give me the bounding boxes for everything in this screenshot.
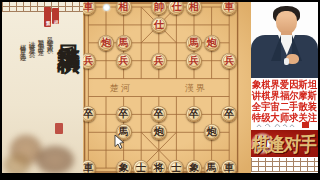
piece-red-pawn[interactable]: 兵	[116, 53, 132, 69]
piece-red-horse[interactable]: 馬	[116, 35, 132, 51]
piece-character: 士	[171, 163, 181, 173]
slogan-lines: 象棋界爱因斯坦 讲棋界福尔摩斯 全宇宙二手散装 特级大师求关注	[252, 79, 318, 123]
piece-character: 士	[136, 163, 146, 173]
piece-character: 相	[119, 2, 129, 12]
piece-character: 相	[189, 2, 199, 12]
piece-black-pawn[interactable]: 卒	[151, 106, 167, 122]
piece-character: 車	[224, 2, 234, 12]
signature-scribble	[255, 121, 315, 130]
piece-character: 車	[83, 163, 93, 173]
piece-red-elephant[interactable]: 相	[186, 2, 202, 15]
piece-character: 卒	[83, 109, 93, 119]
faded-pieces-photo	[36, 146, 74, 173]
piece-black-cannon[interactable]: 炮	[204, 124, 220, 140]
presenter-photo	[251, 2, 318, 78]
piece-red-chariot[interactable]: 車	[83, 2, 96, 15]
piece-black-pawn[interactable]: 卒	[186, 106, 202, 122]
piece-character: 仕	[171, 2, 181, 12]
piece-black-cannon[interactable]: 炮	[151, 124, 167, 140]
faded-pieces-photo	[4, 154, 30, 173]
piece-character: 将	[154, 163, 164, 173]
piece-red-king[interactable]: 帥	[151, 2, 167, 15]
poem-line: 风靡华东诸人棋	[45, 32, 53, 43]
piece-character: 兵	[224, 55, 234, 65]
piece-red-cannon[interactable]: 炮	[98, 35, 114, 51]
piece-character: 馬	[189, 37, 199, 47]
piece-red-advisor[interactable]: 仕	[168, 2, 184, 15]
piece-red-horse[interactable]: 馬	[186, 35, 202, 51]
left-panel: 風繁 講棋 风靡华东诸人棋 繁星似于弈中迷 讲评论道万人赏 棋争日月人生趣 風繁…	[2, 2, 83, 173]
last-move-marker	[103, 4, 110, 11]
piece-character: 卒	[224, 109, 234, 119]
piece-character: 卒	[154, 109, 164, 119]
lattice-border-bottom	[251, 158, 318, 172]
letterbox-bar-left	[0, 0, 2, 180]
piece-black-pawn[interactable]: 卒	[116, 106, 132, 122]
piece-character: 仕	[154, 19, 164, 29]
shirt-cuff	[284, 58, 289, 65]
piece-black-horse[interactable]: 馬	[204, 160, 220, 173]
slogan-line: 讲棋界福尔摩斯	[252, 90, 317, 101]
piece-character: 炮	[207, 37, 217, 47]
piece-black-advisor[interactable]: 士	[168, 160, 184, 173]
video-thumbnail: 風繁 講棋 风靡华东诸人棋 繁星似于弈中迷 讲评论道万人赏 棋争日月人生趣 風繁…	[0, 0, 320, 180]
piece-character: 車	[83, 2, 93, 12]
piece-black-advisor[interactable]: 士	[133, 160, 149, 173]
piece-black-chariot[interactable]: 車	[83, 160, 96, 173]
piece-character: 馬	[119, 37, 129, 47]
piece-red-pawn[interactable]: 兵	[151, 53, 167, 69]
piece-character: 帥	[154, 2, 164, 12]
piece-character: 卒	[189, 109, 199, 119]
piece-red-elephant[interactable]: 相	[116, 2, 132, 15]
piece-character: 象	[189, 163, 199, 173]
mouse-cursor	[114, 135, 126, 150]
piece-character: 炮	[154, 127, 164, 137]
slogan-line: 象棋界爱因斯坦	[252, 79, 317, 90]
lattice-border-top	[2, 2, 83, 12]
poem-line: 棋争日月人生趣	[18, 39, 26, 50]
piece-character: 卒	[119, 109, 129, 119]
board-grid: 車相帥仕相車仕炮馬馬炮兵兵兵兵兵卒卒卒卒卒馬炮炮車象士将士象馬車	[83, 2, 238, 173]
piece-black-elephant[interactable]: 象	[116, 160, 132, 173]
xiangqi-board[interactable]: 楚河 漢界 車相帥仕相車仕炮馬馬炮兵兵兵兵兵卒卒卒卒卒馬炮炮車象士将士象馬車	[83, 2, 251, 173]
piece-red-chariot[interactable]: 車	[221, 2, 237, 15]
letterbox-bar-top	[0, 0, 320, 2]
piece-black-elephant[interactable]: 象	[186, 160, 202, 173]
piece-red-pawn[interactable]: 兵	[83, 53, 96, 69]
piece-character: 炮	[101, 37, 111, 47]
piece-character: 車	[224, 163, 234, 173]
piece-red-pawn[interactable]: 兵	[221, 53, 237, 69]
piece-red-cannon[interactable]: 炮	[204, 35, 220, 51]
piece-character: 兵	[154, 55, 164, 65]
red-seal-2: 講棋	[52, 8, 59, 24]
piece-character: 兵	[189, 55, 199, 65]
banner: 棋逢对手	[251, 130, 318, 157]
piece-character: 炮	[207, 127, 217, 137]
piece-character: 兵	[119, 55, 129, 65]
piece-character: 象	[119, 163, 129, 173]
slogan-line: 全宇宙二手散装	[252, 101, 317, 112]
red-seal-1: 風繁	[44, 7, 51, 27]
piece-red-pawn[interactable]: 兵	[186, 53, 202, 69]
piece-character: 馬	[207, 163, 217, 173]
piece-black-king[interactable]: 将	[151, 160, 167, 173]
banner-title: 棋逢对手	[251, 131, 318, 157]
red-seal-small: 印	[55, 123, 63, 134]
piece-red-advisor[interactable]: 仕	[151, 17, 167, 33]
piece-black-pawn[interactable]: 卒	[221, 106, 237, 122]
piece-black-pawn[interactable]: 卒	[83, 106, 96, 122]
right-panel: 象棋界爱因斯坦 讲棋界福尔摩斯 全宇宙二手散装 特级大师求关注 棋逢对手	[251, 2, 318, 173]
letterbox-bar-bottom	[0, 173, 320, 180]
poem-line: 讲评论道万人赏	[27, 36, 35, 47]
piece-black-chariot[interactable]: 車	[221, 160, 237, 173]
poem-line: 繁星似于弈中迷	[36, 34, 44, 45]
channel-title: 風繁講棋	[57, 26, 82, 138]
piece-character: 兵	[83, 55, 93, 65]
